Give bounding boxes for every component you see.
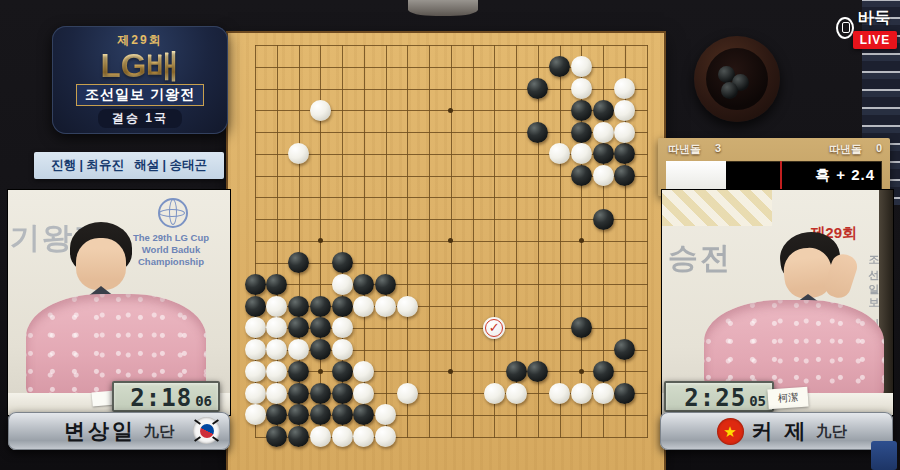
white-stone-F7: [353, 296, 374, 317]
black-stone-C6: [288, 317, 309, 338]
right-clock-main: 2:25: [684, 384, 746, 412]
white-stone-G2: [375, 404, 396, 425]
grid-line-h: [255, 263, 648, 264]
black-stone-C9: [288, 252, 309, 273]
right-player-rank: 九단: [816, 422, 846, 441]
bowl-stone: [721, 82, 738, 99]
star-point: [318, 238, 323, 243]
white-stone-R13: [593, 165, 614, 186]
white-stone-M3: [484, 383, 505, 404]
white-stone-B4: [266, 361, 287, 382]
white-stone-A5: [245, 339, 266, 360]
check-marker-ring: [485, 319, 503, 337]
event-title: LG배: [101, 49, 180, 82]
white-stone-C5: [288, 339, 309, 360]
black-stone-D7: [310, 296, 331, 317]
stone-bowl: [694, 36, 780, 122]
star-point: [448, 108, 453, 113]
black-stone-D5: [310, 339, 331, 360]
black-stone-O17: [527, 78, 548, 99]
white-stone-E1: [332, 426, 353, 447]
white-stone-C14: [288, 143, 309, 164]
black-stone-D2: [310, 404, 331, 425]
white-stone-B5: [266, 339, 287, 360]
white-stone-S17: [614, 78, 635, 99]
black-stone-B1: [266, 426, 287, 447]
right-banner-text: 승전: [668, 238, 732, 279]
black-stone-E3: [332, 383, 353, 404]
white-stone-P3: [549, 383, 570, 404]
black-stone-E4: [332, 361, 353, 382]
white-stone-E8: [332, 274, 353, 295]
black-stone-A8: [245, 274, 266, 295]
star-point: [579, 369, 584, 374]
black-stone-Q13: [571, 165, 592, 186]
white-stone-N3: [506, 383, 527, 404]
black-stone-A7: [245, 296, 266, 317]
black-stone-E9: [332, 252, 353, 273]
right-nameplate: ★ 커 제 九단: [660, 412, 893, 450]
white-stone-R15: [593, 122, 614, 143]
white-stone-E6: [332, 317, 353, 338]
china-flag-star: ★: [717, 418, 744, 445]
event-subtitle: 조선일보 기왕전: [76, 84, 204, 106]
right-player-name-card: 柯潔: [767, 387, 808, 410]
black-stone-B8: [266, 274, 287, 295]
black-stone-G8: [375, 274, 396, 295]
white-stone-A4: [245, 361, 266, 382]
grid-line-v: [494, 45, 495, 438]
black-stone-D6: [310, 317, 331, 338]
winrate-mid-line: [780, 161, 782, 190]
left-clock-seconds: 06: [195, 393, 212, 409]
black-stone-F2: [353, 404, 374, 425]
grid-line-v: [473, 45, 474, 438]
right-clock: 2:25 05: [664, 381, 774, 412]
star-point: [318, 369, 323, 374]
left-clock-main: 2:18: [130, 384, 192, 412]
white-stone-F1: [353, 426, 374, 447]
left-nameplate: 변상일 九단: [8, 412, 230, 450]
eval-panel: 따낸돌 3 따낸돌 0 흑 + 2.4: [658, 138, 890, 196]
white-stone-G7: [375, 296, 396, 317]
channel-icon: [836, 17, 854, 39]
white-stone-Q17: [571, 78, 592, 99]
white-stone-A3: [245, 383, 266, 404]
black-stone-Q16: [571, 100, 592, 121]
live-badge: LIVE: [853, 31, 897, 49]
black-stone-E7: [332, 296, 353, 317]
left-player-head: [76, 238, 126, 290]
black-stone-B2: [266, 404, 287, 425]
black-stone-C3: [288, 383, 309, 404]
star-point: [579, 238, 584, 243]
white-stone-G1: [375, 426, 396, 447]
black-stone-E2: [332, 404, 353, 425]
go-board: ✓: [228, 33, 664, 470]
black-stone-O4: [527, 361, 548, 382]
left-captures-label: 따낸돌: [668, 142, 701, 157]
black-stone-S13: [614, 165, 635, 186]
crew-strip: 진행 | 최유진 해설 | 송태곤: [34, 152, 224, 179]
backdrop-pattern: [662, 190, 772, 226]
white-stone-Q14: [571, 143, 592, 164]
black-stone-S14: [614, 143, 635, 164]
right-clock-seconds: 05: [749, 393, 766, 409]
star-point: [448, 369, 453, 374]
sponsor-card: [871, 441, 897, 470]
black-stone-R4: [593, 361, 614, 382]
white-stone-B7: [266, 296, 287, 317]
white-stone-S16: [614, 100, 635, 121]
black-stone-Q6: [571, 317, 592, 338]
score-text: 흑 + 2.4: [815, 161, 875, 190]
white-stone-P14: [549, 143, 570, 164]
black-stone-C7: [288, 296, 309, 317]
white-stone-H7: [397, 296, 418, 317]
white-stone-R3: [593, 383, 614, 404]
right-captures-label: 따낸돌: [829, 142, 862, 157]
black-stone-F8: [353, 274, 374, 295]
white-stone-F4: [353, 361, 374, 382]
left-banner-lines: The 29th LG Cup World Baduk Championship: [116, 232, 226, 268]
white-stone-A2: [245, 404, 266, 425]
broadcast-frame: ✓ 제29회 LG배 조선일보 기왕전 결승 1국 진행 | 최유진 해설 | …: [0, 0, 900, 470]
left-clock: 2:18 06: [112, 381, 220, 412]
white-stone-B3: [266, 383, 287, 404]
white-stone-A6: [245, 317, 266, 338]
black-stone-D3: [310, 383, 331, 404]
right-player-name: 커 제: [752, 417, 809, 445]
right-captures-count: 0: [876, 142, 882, 157]
black-stone-Q15: [571, 122, 592, 143]
south-korea-flag-icon: [193, 417, 220, 444]
black-stone-C4: [288, 361, 309, 382]
white-stone-S15: [614, 122, 635, 143]
black-stone-P18: [549, 56, 570, 77]
grid-line-v: [647, 45, 648, 438]
black-stone-O15: [527, 122, 548, 143]
white-stone-D16: [310, 100, 331, 121]
winrate-white-segment: [666, 161, 726, 190]
white-stone-B6: [266, 317, 287, 338]
event-round: 결승 1국: [98, 109, 182, 128]
grid-line-h: [255, 284, 648, 285]
white-stone-H3: [397, 383, 418, 404]
crew-host: 진행 | 최유진: [51, 157, 124, 174]
grid-line-v: [560, 45, 561, 438]
left-player-rank: 九단: [144, 422, 174, 441]
white-stone-Q18: [571, 56, 592, 77]
crew-commentator: 해설 | 송태곤: [134, 157, 207, 174]
event-badge: 제29회 LG배 조선일보 기왕전 결승 1국: [52, 26, 228, 134]
winrate-bar: 흑 + 2.4: [666, 161, 882, 190]
black-stone-C1: [288, 426, 309, 447]
black-stone-R14: [593, 143, 614, 164]
black-stone-R16: [593, 100, 614, 121]
china-flag-icon: ★: [717, 418, 744, 445]
black-stone-R11: [593, 209, 614, 230]
white-stone-Q3: [571, 383, 592, 404]
white-stone-E5: [332, 339, 353, 360]
white-stone-F3: [353, 383, 374, 404]
captures-row: 따낸돌 3 따낸돌 0: [668, 142, 882, 157]
black-stone-S5: [614, 339, 635, 360]
black-stone-N4: [506, 361, 527, 382]
hand-blob: [408, 0, 478, 16]
left-captures-count: 3: [715, 142, 721, 157]
star-point: [448, 238, 453, 243]
black-stone-S3: [614, 383, 635, 404]
white-stone-D1: [310, 426, 331, 447]
globe-icon: [158, 198, 188, 228]
check-marker: ✓: [483, 317, 505, 339]
black-stone-C2: [288, 404, 309, 425]
left-player-name: 변상일: [64, 417, 136, 445]
